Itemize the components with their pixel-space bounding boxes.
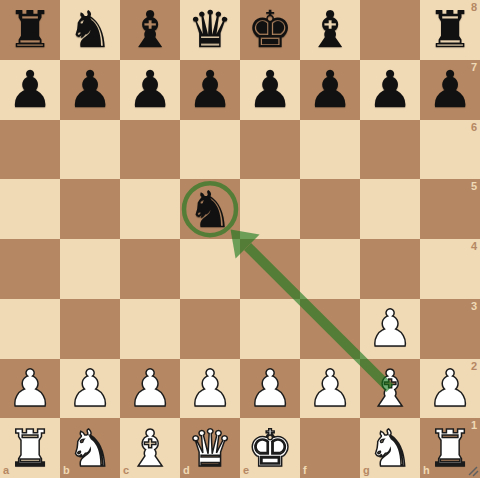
square-f5[interactable] [300, 179, 360, 239]
black-pawn[interactable]: ♟ [180, 60, 240, 120]
resize-handle-icon[interactable] [467, 465, 479, 477]
coordinate-file-f: f [303, 465, 307, 476]
coordinate-rank-4: 4 [471, 241, 477, 252]
white-pawn[interactable]: ♟ [420, 359, 480, 419]
square-f3[interactable] [300, 299, 360, 359]
black-bishop[interactable]: ♝ [300, 0, 360, 60]
coordinate-rank-5: 5 [471, 181, 477, 192]
square-c3[interactable] [120, 299, 180, 359]
square-b6[interactable] [60, 120, 120, 180]
square-a5[interactable] [0, 179, 60, 239]
square-b4[interactable] [60, 239, 120, 299]
black-knight[interactable]: ♞ [180, 179, 240, 239]
square-e2[interactable]: ♟ [240, 359, 300, 419]
black-rook[interactable]: ♜ [0, 0, 60, 60]
black-knight[interactable]: ♞ [60, 0, 120, 60]
white-pawn[interactable]: ♟ [0, 359, 60, 419]
square-c6[interactable] [120, 120, 180, 180]
square-h7[interactable]: 7♟ [420, 60, 480, 120]
square-b8[interactable]: ♞ [60, 0, 120, 60]
square-g1[interactable]: g♞ [360, 418, 420, 478]
chess-board: ♜♞♝♛♚♝8♜♟♟♟♟♟♟♟7♟6♞54♟3♟♟♟♟♟♟♝2♟a♜b♞c♝d♛… [0, 0, 480, 478]
black-pawn[interactable]: ♟ [240, 60, 300, 120]
square-e4[interactable] [240, 239, 300, 299]
coordinate-rank-3: 3 [471, 301, 477, 312]
square-g6[interactable] [360, 120, 420, 180]
square-g2[interactable]: ♝ [360, 359, 420, 419]
square-a1[interactable]: a♜ [0, 418, 60, 478]
square-c7[interactable]: ♟ [120, 60, 180, 120]
square-d8[interactable]: ♛ [180, 0, 240, 60]
square-a2[interactable]: ♟ [0, 359, 60, 419]
square-b5[interactable] [60, 179, 120, 239]
square-f4[interactable] [300, 239, 360, 299]
square-f7[interactable]: ♟ [300, 60, 360, 120]
square-b1[interactable]: b♞ [60, 418, 120, 478]
square-a6[interactable] [0, 120, 60, 180]
black-pawn[interactable]: ♟ [120, 60, 180, 120]
square-f1[interactable]: f [300, 418, 360, 478]
square-d1[interactable]: d♛ [180, 418, 240, 478]
square-d5[interactable]: ♞ [180, 179, 240, 239]
square-g4[interactable] [360, 239, 420, 299]
square-d2[interactable]: ♟ [180, 359, 240, 419]
square-g8[interactable] [360, 0, 420, 60]
white-bishop[interactable]: ♝ [120, 418, 180, 478]
white-pawn[interactable]: ♟ [120, 359, 180, 419]
square-h2[interactable]: 2♟ [420, 359, 480, 419]
square-g3[interactable]: ♟ [360, 299, 420, 359]
white-king[interactable]: ♚ [240, 418, 300, 478]
white-pawn[interactable]: ♟ [300, 359, 360, 419]
square-d4[interactable] [180, 239, 240, 299]
square-c4[interactable] [120, 239, 180, 299]
square-e6[interactable] [240, 120, 300, 180]
chess-board-app: ♜♞♝♛♚♝8♜♟♟♟♟♟♟♟7♟6♞54♟3♟♟♟♟♟♟♝2♟a♜b♞c♝d♛… [0, 0, 480, 478]
white-rook[interactable]: ♜ [0, 418, 60, 478]
black-bishop[interactable]: ♝ [120, 0, 180, 60]
square-e7[interactable]: ♟ [240, 60, 300, 120]
square-h3[interactable]: 3 [420, 299, 480, 359]
white-queen[interactable]: ♛ [180, 418, 240, 478]
white-pawn[interactable]: ♟ [60, 359, 120, 419]
square-g7[interactable]: ♟ [360, 60, 420, 120]
square-a7[interactable]: ♟ [0, 60, 60, 120]
square-e3[interactable] [240, 299, 300, 359]
square-h4[interactable]: 4 [420, 239, 480, 299]
square-f2[interactable]: ♟ [300, 359, 360, 419]
black-pawn[interactable]: ♟ [420, 60, 480, 120]
white-pawn[interactable]: ♟ [240, 359, 300, 419]
square-d7[interactable]: ♟ [180, 60, 240, 120]
square-c8[interactable]: ♝ [120, 0, 180, 60]
square-e1[interactable]: e♚ [240, 418, 300, 478]
white-bishop[interactable]: ♝ [360, 359, 420, 419]
black-rook[interactable]: ♜ [420, 0, 480, 60]
square-d6[interactable] [180, 120, 240, 180]
square-c5[interactable] [120, 179, 180, 239]
square-c2[interactable]: ♟ [120, 359, 180, 419]
black-pawn[interactable]: ♟ [0, 60, 60, 120]
square-h8[interactable]: 8♜ [420, 0, 480, 60]
square-g5[interactable] [360, 179, 420, 239]
square-f6[interactable] [300, 120, 360, 180]
square-a3[interactable] [0, 299, 60, 359]
white-pawn[interactable]: ♟ [360, 299, 420, 359]
square-h5[interactable]: 5 [420, 179, 480, 239]
coordinate-rank-6: 6 [471, 122, 477, 133]
square-f8[interactable]: ♝ [300, 0, 360, 60]
white-knight[interactable]: ♞ [360, 418, 420, 478]
square-e5[interactable] [240, 179, 300, 239]
square-b2[interactable]: ♟ [60, 359, 120, 419]
square-b7[interactable]: ♟ [60, 60, 120, 120]
white-pawn[interactable]: ♟ [180, 359, 240, 419]
white-knight[interactable]: ♞ [60, 418, 120, 478]
square-d3[interactable] [180, 299, 240, 359]
square-h6[interactable]: 6 [420, 120, 480, 180]
square-a4[interactable] [0, 239, 60, 299]
square-e8[interactable]: ♚ [240, 0, 300, 60]
black-pawn[interactable]: ♟ [60, 60, 120, 120]
black-king[interactable]: ♚ [240, 0, 300, 60]
square-c1[interactable]: c♝ [120, 418, 180, 478]
black-pawn[interactable]: ♟ [360, 60, 420, 120]
square-b3[interactable] [60, 299, 120, 359]
square-a8[interactable]: ♜ [0, 0, 60, 60]
black-queen[interactable]: ♛ [180, 0, 240, 60]
black-pawn[interactable]: ♟ [300, 60, 360, 120]
